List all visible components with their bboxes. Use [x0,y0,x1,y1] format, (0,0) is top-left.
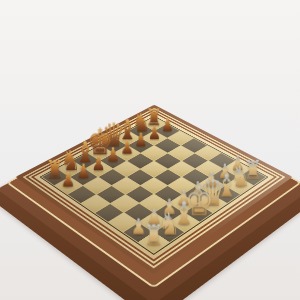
scene: ♜♟♟♜♞♟♟♞♝♟♟♝♛♟♟♛♚♟♟♚♝♟♟♝♞♟♟♞♜♟♟♜ [0,0,300,300]
chess-set-photo: ♜♟♟♜♞♟♟♞♝♟♟♝♛♟♟♛♚♟♟♚♝♟♟♝♞♟♟♞♜♟♟♜ [0,0,300,300]
chess-board: ♜♟♟♜♞♟♟♞♝♟♟♝♛♟♟♛♚♟♟♚♝♟♟♝♞♟♟♞♜♟♟♜ [15,105,292,274]
